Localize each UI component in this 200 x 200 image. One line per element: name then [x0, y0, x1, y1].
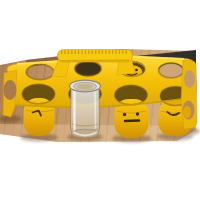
right-end-opening-upper	[184, 70, 195, 88]
glass-jar	[70, 80, 101, 138]
jar-mouth	[77, 84, 93, 90]
product-photo: Bright yellow plastic 8-slot carrier wit…	[0, 0, 200, 200]
carrier-right-end	[181, 60, 197, 129]
carrier-illustration	[0, 0, 200, 200]
cup-front-3-eye	[136, 112, 139, 115]
left-end-opening	[4, 80, 17, 100]
carrier-left-end	[3, 70, 17, 117]
cup-front-3-eye	[123, 113, 126, 116]
cup-front-3-mouth	[125, 121, 139, 122]
